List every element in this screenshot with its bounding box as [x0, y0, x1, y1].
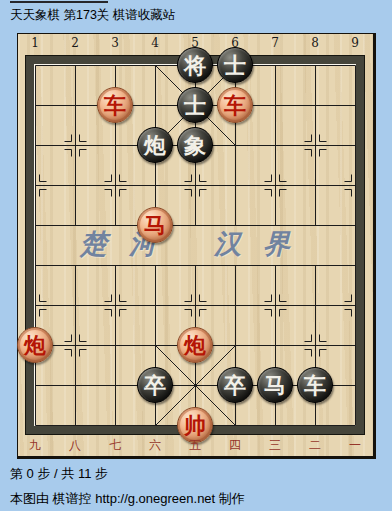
file-label-bottom-5: 五	[183, 438, 207, 452]
app-window: 天天象棋 第173关 棋谱收藏站 123456789 楚河 汉界 将士车士车炮象…	[0, 0, 392, 511]
piece-black-advisor[interactable]: 士	[177, 87, 213, 123]
black-soldier-glyph: 卒	[144, 367, 166, 403]
window-edge-line	[10, 1, 108, 3]
piece-red-horse[interactable]: 马	[137, 207, 173, 243]
piece-red-cannon[interactable]: 炮	[17, 327, 53, 363]
file-label-bottom-1: 九	[23, 438, 47, 452]
piece-black-elephant[interactable]: 象	[177, 127, 213, 163]
credit-line: 本图由 棋谱控 http://g.onegreen.net 制作	[10, 490, 245, 508]
piece-red-chariot[interactable]: 车	[97, 87, 133, 123]
piece-red-chariot[interactable]: 车	[217, 87, 253, 123]
move-counter: 第 0 步 / 共 11 步	[10, 465, 108, 483]
black-chariot-glyph: 车	[304, 367, 326, 403]
piece-black-soldier[interactable]: 卒	[217, 367, 253, 403]
black-general-glyph: 将	[184, 47, 206, 83]
file-label-bottom-4: 六	[143, 438, 167, 452]
piece-black-advisor[interactable]: 士	[217, 47, 253, 83]
red-chariot-glyph: 车	[224, 87, 246, 123]
page-title: 天天象棋 第173关 棋谱收藏站	[10, 7, 175, 24]
file-label-bottom-9: 一	[343, 438, 367, 452]
red-chariot-glyph: 车	[104, 87, 126, 123]
black-elephant-glyph: 象	[184, 127, 206, 163]
file-label-bottom-7: 三	[263, 438, 287, 452]
file-label-bottom-2: 八	[63, 438, 87, 452]
piece-black-soldier[interactable]: 卒	[137, 367, 173, 403]
piece-black-cannon[interactable]: 炮	[137, 127, 173, 163]
red-cannon-glyph: 炮	[24, 327, 46, 363]
black-advisor-glyph: 士	[224, 47, 246, 83]
river-label-han-jie: 汉界	[214, 227, 312, 261]
black-advisor-glyph: 士	[184, 87, 206, 123]
black-cannon-glyph: 炮	[144, 127, 166, 163]
black-horse-glyph: 马	[264, 367, 286, 403]
file-label-bottom-8: 二	[303, 438, 327, 452]
piece-black-horse[interactable]: 马	[257, 367, 293, 403]
piece-black-general[interactable]: 将	[177, 47, 213, 83]
piece-red-cannon[interactable]: 炮	[177, 327, 213, 363]
xiangqi-board[interactable]: 123456789 楚河 汉界 将士车士车炮象马炮炮卒卒马车帅 九八七六五四三二…	[17, 33, 376, 459]
file-label-bottom-3: 七	[103, 438, 127, 452]
black-soldier-glyph: 卒	[224, 367, 246, 403]
piece-black-chariot[interactable]: 车	[297, 367, 333, 403]
file-label-bottom-6: 四	[223, 438, 247, 452]
red-horse-glyph: 马	[144, 207, 166, 243]
red-cannon-glyph: 炮	[184, 327, 206, 363]
